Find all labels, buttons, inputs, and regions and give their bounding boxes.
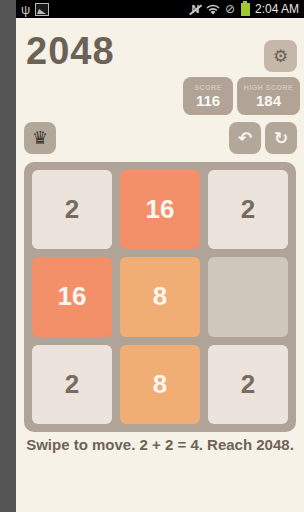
- tile-r2c2: 2: [208, 345, 288, 424]
- status-bar-right: N ⊘ 2:04 AM: [190, 2, 299, 16]
- high-score-value: 184: [256, 93, 281, 108]
- crown-icon: ♛: [32, 129, 48, 147]
- usb-icon: ψ: [21, 3, 30, 16]
- wifi-icon: [206, 3, 220, 15]
- tile-r0c1: 16: [120, 170, 200, 249]
- settings-button[interactable]: ⚙: [264, 40, 297, 72]
- no-signal-icon: ⊘: [225, 3, 235, 15]
- high-score-box: HIGH SCORE 184: [237, 77, 300, 115]
- hint-text: Swipe to move. 2 + 2 = 4. Reach 2048.: [16, 436, 304, 453]
- status-bar-time: 2:04 AM: [255, 2, 299, 16]
- battery-icon: [241, 3, 250, 16]
- tile-r2c0: 2: [32, 345, 112, 424]
- screenshot-icon: [35, 3, 49, 16]
- game-board[interactable]: 2 16 2 16 8 2 8 2: [24, 162, 296, 432]
- high-score-label: HIGH SCORE: [244, 84, 293, 91]
- status-bar-left: ψ: [21, 3, 49, 16]
- tile-r1c1: 8: [120, 257, 200, 336]
- app-screen: ψ N ⊘ 2:04 AM 2048 ⚙ SCORE 116 HIGH SCOR…: [16, 0, 304, 512]
- tile-r1c0: 16: [32, 257, 112, 336]
- tile-r0c0: 2: [32, 170, 112, 249]
- undo-button[interactable]: ↶: [229, 122, 261, 154]
- leaderboard-button[interactable]: ♛: [24, 122, 56, 154]
- score-box: SCORE 116: [183, 77, 233, 115]
- restart-button[interactable]: ↻: [265, 122, 297, 154]
- tile-r2c1: 8: [120, 345, 200, 424]
- score-value: 116: [196, 93, 220, 108]
- gear-icon: ⚙: [273, 48, 288, 65]
- tile-r1c2: [208, 257, 288, 336]
- score-label: SCORE: [194, 84, 221, 91]
- page-title: 2048: [26, 30, 115, 73]
- tile-r0c2: 2: [208, 170, 288, 249]
- nfc-off-icon: N: [190, 4, 201, 15]
- undo-icon: ↶: [238, 130, 252, 147]
- status-bar: ψ N ⊘ 2:04 AM: [16, 0, 304, 18]
- restart-icon: ↻: [274, 130, 288, 147]
